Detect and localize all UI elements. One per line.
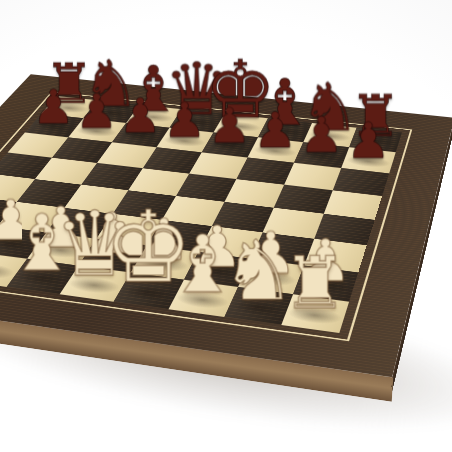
maple-inlay-line: ♜♞♝♛♚♝♞♜♟♟♟♟♟♟♟♟♟♟♟♟♟♟♟♟♜♞♝♛♚♝♞♜	[0, 92, 412, 342]
photo-stage: ♜♞♝♛♚♝♞♜♟♟♟♟♟♟♟♟♟♟♟♟♟♟♟♟♜♞♝♛♚♝♞♜	[0, 0, 452, 452]
chess-board-frame: ♜♞♝♛♚♝♞♜♟♟♟♟♟♟♟♟♟♟♟♟♟♟♟♟♜♞♝♛♚♝♞♜	[0, 74, 452, 377]
red-pawn-glyph: ♟	[311, 115, 425, 165]
perspective-scene: ♜♞♝♛♚♝♞♜♟♟♟♟♟♟♟♟♟♟♟♟♟♟♟♟♜♞♝♛♚♝♞♜	[0, 0, 452, 452]
board-grid: ♜♞♝♛♚♝♞♜♟♟♟♟♟♟♟♟♟♟♟♟♟♟♟♟♜♞♝♛♚♝♞♜	[0, 96, 402, 333]
white-rook-glyph: ♜	[246, 247, 385, 319]
square-h6	[333, 168, 389, 196]
square-f6	[236, 158, 294, 185]
square-h1: ♜	[281, 294, 349, 333]
